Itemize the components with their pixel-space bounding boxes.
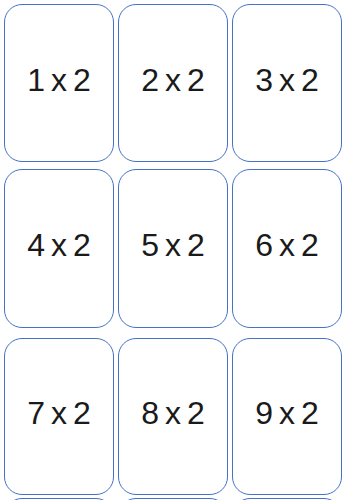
flashcard-5x2: 5 x 2 [118,169,228,328]
flashcard-7x2: 7 x 2 [4,338,114,495]
flashcard-4x2: 4 x 2 [4,169,114,328]
flashcard-label: 8 x 2 [141,395,204,432]
flashcard-sheet: 1 x 2 2 x 2 3 x 2 4 x 2 5 x 2 6 x 2 7 x … [0,0,346,500]
flashcard-label: 1 x 2 [27,62,90,99]
flashcard-6x2: 6 x 2 [232,169,342,328]
flashcard-label: 9 x 2 [255,395,318,432]
flashcard-label: 6 x 2 [255,227,318,264]
flashcard-label: 4 x 2 [27,227,90,264]
flashcard-label: 5 x 2 [141,227,204,264]
flashcard-3x2: 3 x 2 [232,4,342,162]
flashcard-label: 2 x 2 [141,62,204,99]
flashcard-1x2: 1 x 2 [4,4,114,162]
flashcard-label: 7 x 2 [27,395,90,432]
flashcard-2x2: 2 x 2 [118,4,228,162]
flashcard-label: 3 x 2 [255,62,318,99]
flashcard-9x2: 9 x 2 [232,338,342,495]
flashcard-8x2: 8 x 2 [118,338,228,495]
